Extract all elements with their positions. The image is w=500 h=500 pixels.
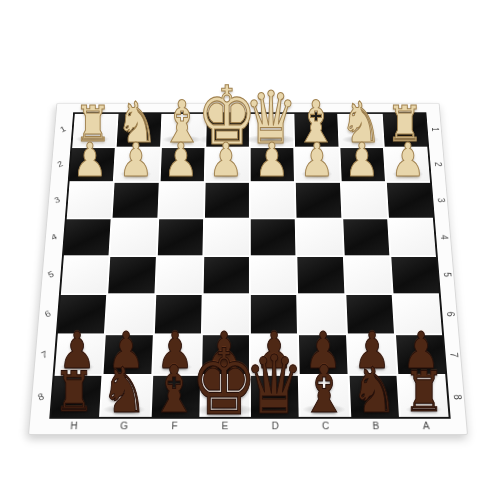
square-h5 [61, 257, 109, 294]
square-h4 [64, 219, 111, 255]
rank-label-left-2: 2 [54, 159, 67, 170]
file-label-g: G [116, 422, 132, 432]
square-e8 [201, 376, 249, 417]
square-f3 [159, 183, 204, 218]
square-g8 [101, 376, 150, 417]
square-c4 [297, 219, 343, 255]
square-g6 [106, 295, 154, 333]
rank-label-right-4: 4 [439, 232, 449, 242]
rank-label-right-6: 6 [445, 309, 455, 319]
chessboard-mat: HGFEDCBA1234567812345678 [28, 103, 468, 435]
square-f7 [153, 335, 201, 374]
board-grid [49, 112, 450, 418]
square-h7 [55, 335, 104, 374]
square-c1 [295, 114, 338, 147]
square-b1 [339, 114, 383, 147]
square-g2 [115, 148, 160, 182]
square-g4 [111, 219, 157, 255]
square-b7 [347, 335, 396, 374]
square-f5 [156, 257, 202, 294]
square-d6 [251, 295, 297, 333]
square-e2 [205, 148, 248, 182]
square-b3 [341, 183, 387, 218]
square-c5 [298, 257, 344, 294]
square-b2 [340, 148, 385, 182]
rank-label-left-5: 5 [44, 269, 58, 281]
square-e5 [203, 257, 249, 294]
square-a1 [382, 114, 427, 147]
square-h1 [72, 114, 117, 147]
rank-label-left-4: 4 [47, 231, 61, 243]
square-f2 [160, 148, 204, 182]
square-g3 [113, 183, 159, 218]
square-c3 [296, 183, 341, 218]
square-b5 [344, 257, 391, 294]
square-d7 [251, 335, 298, 374]
rank-label-right-1: 1 [430, 125, 440, 134]
square-g1 [117, 114, 161, 147]
file-label-f: F [166, 422, 182, 432]
square-d3 [251, 183, 295, 218]
square-d8 [251, 376, 299, 417]
rank-label-right-2: 2 [433, 159, 443, 168]
square-e6 [203, 295, 249, 333]
square-c2 [295, 148, 339, 182]
file-label-a: A [418, 422, 435, 432]
rank-label-right-8: 8 [451, 392, 462, 403]
square-h2 [70, 148, 115, 182]
rank-label-right-7: 7 [448, 350, 459, 361]
square-d1 [251, 114, 294, 147]
product-photo: HGFEDCBA1234567812345678 ♜♞♝♚♛♝♞♜♟♟♟♟♟♟♟… [0, 0, 500, 500]
square-a5 [391, 257, 439, 294]
square-a8 [398, 376, 448, 417]
square-h8 [51, 376, 101, 417]
square-a3 [387, 183, 433, 218]
square-g7 [104, 335, 153, 374]
file-label-b: B [368, 422, 384, 432]
square-e7 [202, 335, 249, 374]
rank-label-left-1: 1 [56, 124, 69, 135]
square-c6 [298, 295, 345, 333]
square-e4 [204, 219, 249, 255]
square-e1 [206, 114, 249, 147]
square-a7 [396, 335, 445, 374]
rank-label-left-7: 7 [37, 349, 51, 362]
square-h3 [67, 183, 113, 218]
square-d5 [251, 257, 297, 294]
square-b4 [343, 219, 389, 255]
square-a4 [389, 219, 436, 255]
file-label-d: D [267, 422, 283, 432]
square-h6 [58, 295, 107, 333]
file-label-h: H [66, 422, 83, 432]
rank-label-left-3: 3 [51, 194, 65, 205]
square-a2 [385, 148, 430, 182]
square-a6 [393, 295, 442, 333]
square-f4 [157, 219, 203, 255]
square-g5 [108, 257, 155, 294]
square-f6 [154, 295, 201, 333]
square-d4 [251, 219, 296, 255]
square-d2 [251, 148, 295, 182]
rank-label-left-6: 6 [41, 308, 55, 320]
rank-label-right-3: 3 [436, 195, 446, 205]
square-e3 [205, 183, 249, 218]
file-label-c: C [317, 422, 333, 432]
rank-label-right-5: 5 [442, 270, 452, 280]
rank-label-left-8: 8 [34, 391, 49, 404]
square-c7 [299, 335, 347, 374]
square-f1 [161, 114, 204, 147]
square-b8 [349, 376, 399, 417]
square-c8 [300, 376, 349, 417]
square-b6 [346, 295, 394, 333]
file-label-e: E [217, 422, 233, 432]
square-f8 [151, 376, 200, 417]
